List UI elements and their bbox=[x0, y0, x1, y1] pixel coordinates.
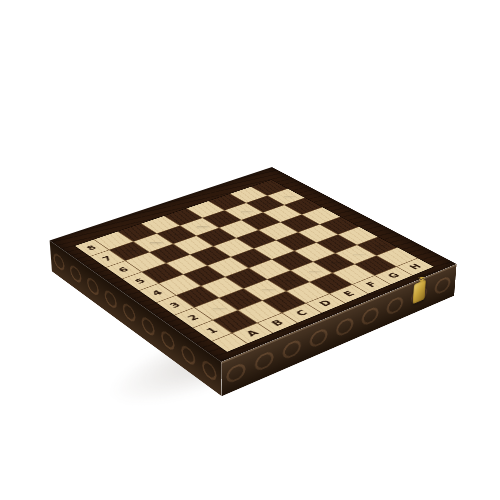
product-photo-chess-set: 87654321ABCDEFGH ♜♞♝♛♚♝♞♜♟♟♟♟♟♟♟♟♟♟♟♟♟♟♟… bbox=[0, 0, 500, 500]
brass-clasp-icon bbox=[413, 279, 426, 304]
chess-rook-icon: ♜ bbox=[207, 269, 256, 324]
chess-board: 87654321ABCDEFGH ♜♞♝♛♚♝♞♜♟♟♟♟♟♟♟♟♟♟♟♟♟♟♟… bbox=[50, 167, 457, 362]
scene: 87654321ABCDEFGH ♜♞♝♛♚♝♞♜♟♟♟♟♟♟♟♟♟♟♟♟♟♟♟… bbox=[0, 0, 500, 500]
